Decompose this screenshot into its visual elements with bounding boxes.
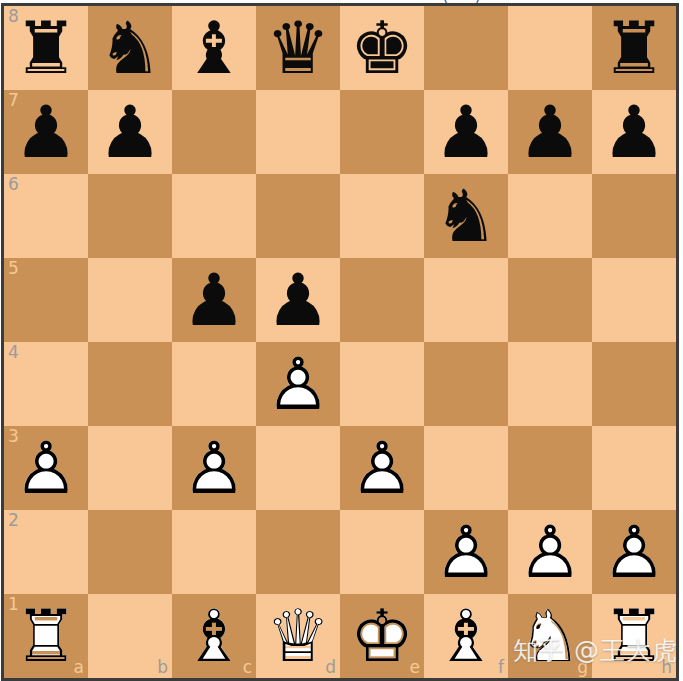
rank-label-8: 8 <box>8 8 19 25</box>
square-b8: ♞ <box>88 6 172 90</box>
black-bishop: ♝ <box>182 6 247 90</box>
square-d4: ♟♙ <box>256 342 340 426</box>
square-d7 <box>256 90 340 174</box>
square-d6 <box>256 174 340 258</box>
rank-label-7: 7 <box>8 92 19 109</box>
rank-label-2: 2 <box>8 512 19 529</box>
file-label-e: e <box>410 659 420 676</box>
square-c8: ♝ <box>172 6 256 90</box>
square-b7: ♟ <box>88 90 172 174</box>
square-a7: ♟7 <box>4 90 88 174</box>
black-queen: ♛ <box>266 6 331 90</box>
white-pawn: ♟♙ <box>340 426 424 510</box>
square-d8: ♛ <box>256 6 340 90</box>
square-d2 <box>256 510 340 594</box>
cropped-caption: (···) <box>388 0 538 3</box>
square-g5 <box>508 258 592 342</box>
square-c5: ♟ <box>172 258 256 342</box>
white-pawn: ♟♙ <box>592 510 676 594</box>
square-f3 <box>424 426 508 510</box>
square-f8 <box>424 6 508 90</box>
file-label-d: d <box>325 659 336 676</box>
square-c6 <box>172 174 256 258</box>
file-label-f: f <box>498 659 504 676</box>
square-a8: ♜8 <box>4 6 88 90</box>
watermark: 知乎 @王大虎 <box>513 634 678 667</box>
square-a2: 2 <box>4 510 88 594</box>
file-label-a: a <box>74 659 84 676</box>
white-bishop: ♝♗ <box>424 594 508 678</box>
white-pawn: ♟♙ <box>172 426 256 510</box>
square-g7: ♟ <box>508 90 592 174</box>
black-pawn: ♟ <box>182 258 247 342</box>
square-f2: ♟♙ <box>424 510 508 594</box>
square-g8 <box>508 6 592 90</box>
square-g3 <box>508 426 592 510</box>
square-e8: ♚ <box>340 6 424 90</box>
square-b2 <box>88 510 172 594</box>
rank-label-6: 6 <box>8 176 19 193</box>
square-e7 <box>340 90 424 174</box>
black-pawn: ♟ <box>434 90 499 174</box>
square-e5 <box>340 258 424 342</box>
square-h6 <box>592 174 676 258</box>
square-e6 <box>340 174 424 258</box>
square-g2: ♟♙ <box>508 510 592 594</box>
square-e4 <box>340 342 424 426</box>
square-c1: ♝♗c <box>172 594 256 678</box>
square-f1: ♝♗f <box>424 594 508 678</box>
square-a4: 4 <box>4 342 88 426</box>
square-b6 <box>88 174 172 258</box>
file-label-b: b <box>157 659 168 676</box>
square-h4 <box>592 342 676 426</box>
square-e2 <box>340 510 424 594</box>
square-h5 <box>592 258 676 342</box>
black-king: ♚ <box>350 6 415 90</box>
rank-label-3: 3 <box>8 428 19 445</box>
file-label-c: c <box>243 659 252 676</box>
square-e1: ♚♔e <box>340 594 424 678</box>
page: (···) ♜8♞♝♛♚♜♟7♟♟♟♟6♞5♟♟4♟♙♟♙3♟♙♟♙2♟♙♟♙♟… <box>0 0 683 681</box>
square-c3: ♟♙ <box>172 426 256 510</box>
square-b1: b <box>88 594 172 678</box>
square-c7 <box>172 90 256 174</box>
square-h3 <box>592 426 676 510</box>
black-pawn: ♟ <box>518 90 583 174</box>
square-b5 <box>88 258 172 342</box>
square-f5 <box>424 258 508 342</box>
square-f4 <box>424 342 508 426</box>
square-a5: 5 <box>4 258 88 342</box>
white-pawn: ♟♙ <box>256 342 340 426</box>
rank-label-5: 5 <box>8 260 19 277</box>
cropped-caption-text: (···) <box>388 0 538 3</box>
square-d3 <box>256 426 340 510</box>
square-c4 <box>172 342 256 426</box>
square-b3 <box>88 426 172 510</box>
square-c2 <box>172 510 256 594</box>
board-frame: ♜8♞♝♛♚♜♟7♟♟♟♟6♞5♟♟4♟♙♟♙3♟♙♟♙2♟♙♟♙♟♙♜♖1ab… <box>1 3 679 681</box>
square-d5: ♟ <box>256 258 340 342</box>
square-a1: ♜♖1a <box>4 594 88 678</box>
black-rook: ♜ <box>14 6 79 90</box>
black-pawn: ♟ <box>98 90 163 174</box>
rank-label-4: 4 <box>8 344 19 361</box>
black-pawn: ♟ <box>602 90 667 174</box>
square-g6 <box>508 174 592 258</box>
black-knight: ♞ <box>434 174 499 258</box>
square-d1: ♛♕d <box>256 594 340 678</box>
black-knight: ♞ <box>98 6 163 90</box>
square-g4 <box>508 342 592 426</box>
white-pawn: ♟♙ <box>508 510 592 594</box>
black-rook: ♜ <box>602 6 667 90</box>
square-b4 <box>88 342 172 426</box>
black-pawn: ♟ <box>266 258 331 342</box>
square-h7: ♟ <box>592 90 676 174</box>
chess-board: ♜8♞♝♛♚♜♟7♟♟♟♟6♞5♟♟4♟♙♟♙3♟♙♟♙2♟♙♟♙♟♙♜♖1ab… <box>4 6 676 678</box>
black-pawn: ♟ <box>14 90 79 174</box>
square-h2: ♟♙ <box>592 510 676 594</box>
square-f7: ♟ <box>424 90 508 174</box>
square-a3: ♟♙3 <box>4 426 88 510</box>
square-a6: 6 <box>4 174 88 258</box>
square-f6: ♞ <box>424 174 508 258</box>
square-e3: ♟♙ <box>340 426 424 510</box>
square-h8: ♜ <box>592 6 676 90</box>
white-pawn: ♟♙ <box>424 510 508 594</box>
rank-label-1: 1 <box>8 596 19 613</box>
